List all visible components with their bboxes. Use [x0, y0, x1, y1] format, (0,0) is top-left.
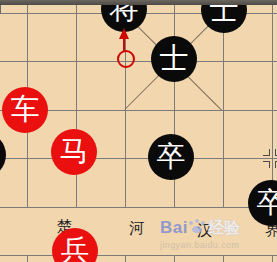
file-line-6-below-river — [223, 255, 224, 262]
screen-left-edge-line — [0, 5, 1, 14]
file-line-4-below-river — [125, 255, 126, 262]
file-line-5-below-river — [174, 255, 175, 262]
river-label: 河 — [129, 220, 144, 236]
red-horse[interactable]: 马 — [51, 129, 97, 175]
rank-line-6 — [0, 255, 277, 256]
watermark-url: jingyan.baidu.com — [160, 240, 240, 250]
baidu-logo-text: Bai — [160, 218, 188, 238]
black-soldier[interactable]: 卒 — [148, 134, 194, 180]
paw-icon — [189, 219, 205, 234]
move-arrow-head — [119, 28, 129, 39]
toolbar-edge — [0, 0, 277, 5]
baidu-watermark: Bai 经验 jingyan.baidu.com — [160, 219, 240, 250]
black-piece-edge (likely soldier)[interactable]: 卒 — [0, 132, 6, 178]
marker-bracket — [275, 161, 277, 168]
jingyan-logo-text: 经验 — [208, 218, 240, 239]
file-line-2-below-river — [27, 255, 28, 262]
xiangqi-board-screenshot: 楚河汉界 将士士车马卒卒兵卒 Bai 经验 jingyan.baidu.com — [0, 0, 277, 262]
board-cell-f6-r3[interactable] — [223, 110, 272, 158]
board-cell-f6-r2[interactable] — [223, 61, 272, 110]
black-advisor[interactable]: 士 — [151, 36, 197, 82]
move-origin-circle — [117, 50, 135, 68]
board-cell-f2-r1[interactable] — [27, 13, 76, 61]
marker-bracket — [275, 149, 277, 156]
file-line-7 — [272, 5, 273, 208]
red-chariot[interactable]: 车 — [2, 87, 48, 133]
file-line-7-below-river — [272, 255, 273, 262]
baidu-logo: Bai 经验 — [160, 219, 240, 237]
move-arrow — [123, 38, 125, 51]
board-cell-f3-r2[interactable] — [76, 61, 125, 110]
